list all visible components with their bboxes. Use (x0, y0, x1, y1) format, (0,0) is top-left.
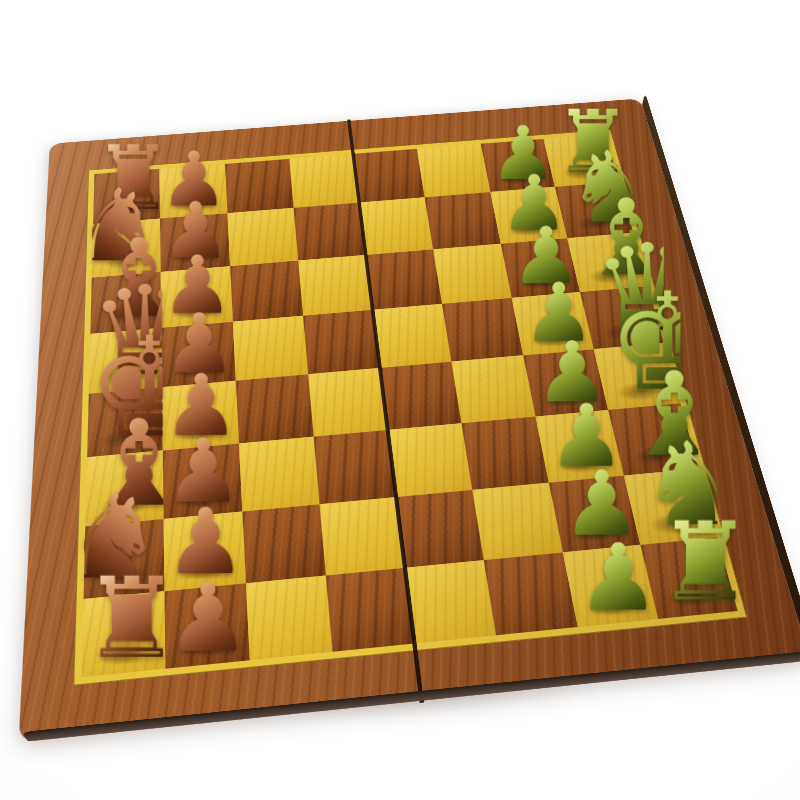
square-h4 (326, 568, 415, 652)
square-h1: ♜ (81, 591, 165, 677)
square-h7: ♟ (562, 545, 658, 627)
scene: ♜♟♟♜♞♟♟♞♝♟♟♝♛♟♟♛♚♟♟♚♝♟♟♝♞♟♟♞♜♟♟♜ Folding… (0, 0, 800, 800)
square-a3 (225, 159, 294, 214)
square-g6 (472, 482, 562, 560)
square-c6 (433, 243, 511, 303)
square-g3 (242, 504, 326, 583)
square-e4 (308, 368, 388, 437)
folding-chess-board: ♜♟♟♜♞♟♟♞♝♟♟♝♛♟♟♛♚♟♟♚♝♟♟♝♞♟♟♞♜♟♟♜ (19, 98, 800, 742)
square-a5 (353, 149, 425, 203)
square-h5 (405, 560, 496, 644)
square-d6 (442, 298, 523, 362)
square-a4 (289, 154, 359, 208)
square-b3 (227, 208, 298, 266)
square-c3 (230, 260, 303, 321)
square-e3 (235, 374, 313, 443)
green-pawn-h7: ♟ (576, 535, 658, 620)
square-f3 (238, 437, 319, 511)
square-d4 (303, 310, 380, 375)
square-f4 (313, 430, 396, 504)
square-b4 (293, 203, 365, 260)
square-f6 (462, 417, 549, 490)
square-f5 (388, 423, 473, 496)
square-g4 (319, 497, 405, 576)
square-a6 (417, 144, 490, 198)
square-c5 (366, 249, 442, 310)
square-e5 (380, 362, 462, 431)
square-g5 (396, 489, 484, 567)
square-h6 (484, 552, 577, 635)
square-d5 (373, 304, 452, 368)
square-d3 (232, 316, 308, 381)
square-b5 (359, 197, 433, 254)
copper-rook-h1: ♜ (82, 568, 166, 670)
square-e6 (452, 355, 535, 423)
square-h3 (245, 575, 332, 660)
green-rook-h8: ♜ (656, 512, 737, 612)
square-b6 (425, 192, 500, 249)
square-c4 (298, 255, 373, 316)
